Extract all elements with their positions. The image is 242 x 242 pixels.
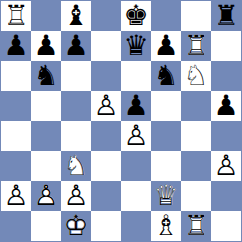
- white-pawn[interactable]: ♟♙: [121, 121, 151, 151]
- square-c1[interactable]: ♚♔: [61, 211, 91, 241]
- piece-outline-glyph: ♘: [61, 151, 91, 181]
- square-e5[interactable]: ♟: [121, 91, 151, 121]
- chess-board: ♜♖♝♚♜♟♟♟♛♟♜♖♞♞♞♘♟♙♟♟♟♙♞♘♟♙♟♙♟♙♟♙♛♕♚♔♝♗♜♖: [0, 0, 242, 242]
- square-e7[interactable]: ♛: [121, 31, 151, 61]
- square-b7[interactable]: ♟: [31, 31, 61, 61]
- white-king[interactable]: ♚♔: [61, 211, 91, 241]
- white-rook[interactable]: ♜♖: [181, 31, 211, 61]
- square-e3[interactable]: [121, 151, 151, 181]
- square-a4[interactable]: [1, 121, 31, 151]
- piece-fill-glyph: ♛: [121, 31, 151, 61]
- black-rook[interactable]: ♜: [211, 1, 241, 31]
- piece-fill-glyph: ♟: [121, 91, 151, 121]
- piece-outline-glyph: ♖: [181, 31, 211, 61]
- white-bishop[interactable]: ♝♗: [151, 211, 181, 241]
- piece-outline-glyph: ♕: [151, 181, 181, 211]
- white-knight[interactable]: ♞♘: [181, 61, 211, 91]
- square-c8[interactable]: ♝: [61, 1, 91, 31]
- square-e2[interactable]: [121, 181, 151, 211]
- white-pawn[interactable]: ♟♙: [31, 181, 61, 211]
- square-d4[interactable]: [91, 121, 121, 151]
- white-pawn[interactable]: ♟♙: [91, 91, 121, 121]
- square-e1[interactable]: [121, 211, 151, 241]
- piece-outline-glyph: ♗: [151, 211, 181, 241]
- black-pawn[interactable]: ♟: [151, 31, 181, 61]
- square-b6[interactable]: ♞: [31, 61, 61, 91]
- square-h2[interactable]: [211, 181, 241, 211]
- black-pawn[interactable]: ♟: [61, 31, 91, 61]
- square-g6[interactable]: ♞♘: [181, 61, 211, 91]
- square-c5[interactable]: [61, 91, 91, 121]
- black-pawn[interactable]: ♟: [31, 31, 61, 61]
- square-a3[interactable]: [1, 151, 31, 181]
- white-pawn[interactable]: ♟♙: [61, 181, 91, 211]
- piece-fill-glyph: ♚: [121, 1, 151, 31]
- piece-fill-glyph: ♞: [151, 61, 181, 91]
- piece-fill-glyph: ♟: [1, 31, 31, 61]
- square-b3[interactable]: [31, 151, 61, 181]
- square-a6[interactable]: [1, 61, 31, 91]
- square-h7[interactable]: [211, 31, 241, 61]
- square-h4[interactable]: [211, 121, 241, 151]
- square-g3[interactable]: [181, 151, 211, 181]
- square-d2[interactable]: [91, 181, 121, 211]
- square-h8[interactable]: ♜: [211, 1, 241, 31]
- square-c7[interactable]: ♟: [61, 31, 91, 61]
- square-d6[interactable]: [91, 61, 121, 91]
- square-f8[interactable]: [151, 1, 181, 31]
- square-d3[interactable]: [91, 151, 121, 181]
- square-g8[interactable]: [181, 1, 211, 31]
- piece-fill-glyph: ♝: [61, 1, 91, 31]
- white-knight[interactable]: ♞♘: [61, 151, 91, 181]
- black-pawn[interactable]: ♟: [1, 31, 31, 61]
- square-a8[interactable]: ♜♖: [1, 1, 31, 31]
- black-pawn[interactable]: ♟: [211, 91, 241, 121]
- square-g2[interactable]: [181, 181, 211, 211]
- square-b2[interactable]: ♟♙: [31, 181, 61, 211]
- piece-fill-glyph: ♟: [151, 31, 181, 61]
- square-h3[interactable]: ♟♙: [211, 151, 241, 181]
- white-pawn[interactable]: ♟♙: [211, 151, 241, 181]
- square-e8[interactable]: ♚: [121, 1, 151, 31]
- square-f5[interactable]: [151, 91, 181, 121]
- piece-fill-glyph: ♟: [61, 31, 91, 61]
- piece-fill-glyph: ♟: [31, 31, 61, 61]
- square-g4[interactable]: [181, 121, 211, 151]
- piece-outline-glyph: ♙: [1, 181, 31, 211]
- piece-outline-glyph: ♔: [61, 211, 91, 241]
- white-rook[interactable]: ♜♖: [1, 1, 31, 31]
- piece-outline-glyph: ♙: [121, 121, 151, 151]
- piece-fill-glyph: ♜: [211, 1, 241, 31]
- square-c4[interactable]: [61, 121, 91, 151]
- square-f6[interactable]: ♞: [151, 61, 181, 91]
- square-b5[interactable]: [31, 91, 61, 121]
- square-h6[interactable]: [211, 61, 241, 91]
- square-g5[interactable]: [181, 91, 211, 121]
- black-queen[interactable]: ♛: [121, 31, 151, 61]
- square-f7[interactable]: ♟: [151, 31, 181, 61]
- black-knight[interactable]: ♞: [151, 61, 181, 91]
- square-a2[interactable]: ♟♙: [1, 181, 31, 211]
- square-f1[interactable]: ♝♗: [151, 211, 181, 241]
- white-pawn[interactable]: ♟♙: [1, 181, 31, 211]
- square-f2[interactable]: ♛♕: [151, 181, 181, 211]
- piece-outline-glyph: ♙: [31, 181, 61, 211]
- piece-outline-glyph: ♙: [91, 91, 121, 121]
- square-h1[interactable]: [211, 211, 241, 241]
- black-knight[interactable]: ♞: [31, 61, 61, 91]
- black-pawn[interactable]: ♟: [121, 91, 151, 121]
- piece-fill-glyph: ♟: [211, 91, 241, 121]
- square-d7[interactable]: [91, 31, 121, 61]
- square-c3[interactable]: ♞♘: [61, 151, 91, 181]
- square-d5[interactable]: ♟♙: [91, 91, 121, 121]
- square-a1[interactable]: [1, 211, 31, 241]
- square-a7[interactable]: ♟: [1, 31, 31, 61]
- piece-fill-glyph: ♞: [31, 61, 61, 91]
- piece-outline-glyph: ♘: [181, 61, 211, 91]
- white-queen[interactable]: ♛♕: [151, 181, 181, 211]
- piece-outline-glyph: ♙: [211, 151, 241, 181]
- square-a5[interactable]: [1, 91, 31, 121]
- square-d1[interactable]: [91, 211, 121, 241]
- square-g1[interactable]: ♜♖: [181, 211, 211, 241]
- piece-outline-glyph: ♖: [1, 1, 31, 31]
- piece-outline-glyph: ♖: [181, 211, 211, 241]
- square-e6[interactable]: [121, 61, 151, 91]
- square-g7[interactable]: ♜♖: [181, 31, 211, 61]
- square-b4[interactable]: [31, 121, 61, 151]
- square-f4[interactable]: [151, 121, 181, 151]
- square-b1[interactable]: [31, 211, 61, 241]
- black-bishop[interactable]: ♝: [61, 1, 91, 31]
- square-d8[interactable]: [91, 1, 121, 31]
- piece-outline-glyph: ♙: [61, 181, 91, 211]
- square-c2[interactable]: ♟♙: [61, 181, 91, 211]
- square-h5[interactable]: ♟: [211, 91, 241, 121]
- white-rook[interactable]: ♜♖: [181, 211, 211, 241]
- square-e4[interactable]: ♟♙: [121, 121, 151, 151]
- black-king[interactable]: ♚: [121, 1, 151, 31]
- square-c6[interactable]: [61, 61, 91, 91]
- square-b8[interactable]: [31, 1, 61, 31]
- square-f3[interactable]: [151, 151, 181, 181]
